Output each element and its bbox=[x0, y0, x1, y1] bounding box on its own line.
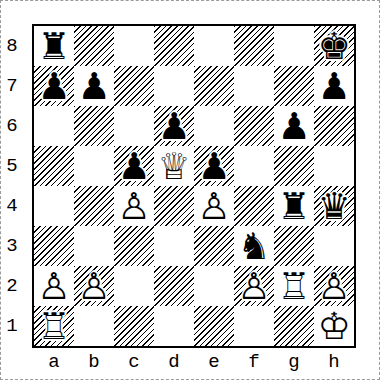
rank-label-5: 5 bbox=[0, 146, 24, 186]
square-b8[interactable] bbox=[74, 26, 114, 66]
square-e3[interactable] bbox=[194, 226, 234, 266]
square-f1[interactable] bbox=[234, 306, 274, 346]
square-f4[interactable] bbox=[234, 186, 274, 226]
square-h5[interactable] bbox=[314, 146, 354, 186]
square-d8[interactable] bbox=[154, 26, 194, 66]
black-pawn-g6[interactable]: ♟♟ bbox=[274, 106, 314, 146]
square-f3[interactable]: ♞♞ bbox=[234, 226, 274, 266]
black-rook-a8[interactable]: ♜♜ bbox=[34, 26, 74, 66]
white-rook-icon: ♖ bbox=[274, 266, 314, 306]
square-e6[interactable] bbox=[194, 106, 234, 146]
white-pawn-a2[interactable]: ♟♙ bbox=[34, 266, 74, 306]
square-d6[interactable]: ♟♟ bbox=[154, 106, 194, 146]
square-b2[interactable]: ♟♙ bbox=[74, 266, 114, 306]
file-labels: abcdefgh bbox=[34, 349, 354, 375]
square-f5[interactable] bbox=[234, 146, 274, 186]
rank-label-1: 1 bbox=[0, 306, 24, 346]
white-pawn-icon: ♙ bbox=[114, 186, 154, 226]
square-b5[interactable] bbox=[74, 146, 114, 186]
rank-label-2: 2 bbox=[0, 266, 24, 306]
white-pawn-f2[interactable]: ♟♙ bbox=[234, 266, 274, 306]
square-b7[interactable]: ♟♟ bbox=[74, 66, 114, 106]
square-c6[interactable] bbox=[114, 106, 154, 146]
square-f2[interactable]: ♟♙ bbox=[234, 266, 274, 306]
square-c2[interactable] bbox=[114, 266, 154, 306]
square-f6[interactable] bbox=[234, 106, 274, 146]
white-pawn-icon: ♙ bbox=[34, 266, 74, 306]
square-b3[interactable] bbox=[74, 226, 114, 266]
white-queen-icon: ♕ bbox=[154, 146, 194, 186]
square-a1[interactable]: ♜♖ bbox=[34, 306, 74, 346]
square-g1[interactable] bbox=[274, 306, 314, 346]
black-rook-icon: ♜ bbox=[274, 186, 314, 226]
rank-label-4: 4 bbox=[0, 186, 24, 226]
white-rook-icon: ♖ bbox=[34, 306, 74, 346]
square-a4[interactable] bbox=[34, 186, 74, 226]
black-pawn-h7[interactable]: ♟♟ bbox=[314, 66, 354, 106]
square-g2[interactable]: ♜♖ bbox=[274, 266, 314, 306]
black-pawn-icon: ♟ bbox=[194, 146, 234, 186]
file-label-d: d bbox=[154, 349, 194, 375]
square-c5[interactable]: ♟♟ bbox=[114, 146, 154, 186]
rank-label-3: 3 bbox=[0, 226, 24, 266]
square-a3[interactable] bbox=[34, 226, 74, 266]
square-d4[interactable] bbox=[154, 186, 194, 226]
rank-labels: 87654321 bbox=[0, 26, 24, 346]
black-pawn-icon: ♟ bbox=[314, 66, 354, 106]
black-queen-h4[interactable]: ♛♛ bbox=[314, 186, 354, 226]
file-label-f: f bbox=[234, 349, 274, 375]
square-e4[interactable]: ♟♙ bbox=[194, 186, 234, 226]
black-pawn-icon: ♟ bbox=[74, 66, 114, 106]
black-pawn-b7[interactable]: ♟♟ bbox=[74, 66, 114, 106]
white-pawn-h2[interactable]: ♟♙ bbox=[314, 266, 354, 306]
black-pawn-d6[interactable]: ♟♟ bbox=[154, 106, 194, 146]
square-a8[interactable]: ♜♜ bbox=[34, 26, 74, 66]
black-king-icon: ♚ bbox=[314, 26, 354, 66]
square-h4[interactable]: ♛♛ bbox=[314, 186, 354, 226]
black-pawn-icon: ♟ bbox=[274, 106, 314, 146]
black-pawn-icon: ♟ bbox=[154, 106, 194, 146]
square-e7[interactable] bbox=[194, 66, 234, 106]
file-label-e: e bbox=[194, 349, 234, 375]
square-g5[interactable] bbox=[274, 146, 314, 186]
square-g4[interactable]: ♜♜ bbox=[274, 186, 314, 226]
square-f8[interactable] bbox=[234, 26, 274, 66]
square-c4[interactable]: ♟♙ bbox=[114, 186, 154, 226]
file-label-h: h bbox=[314, 349, 354, 375]
white-pawn-b2[interactable]: ♟♙ bbox=[74, 266, 114, 306]
square-a6[interactable] bbox=[34, 106, 74, 146]
black-rook-g4[interactable]: ♜♜ bbox=[274, 186, 314, 226]
square-f7[interactable] bbox=[234, 66, 274, 106]
rank-label-8: 8 bbox=[0, 26, 24, 66]
square-b6[interactable] bbox=[74, 106, 114, 146]
square-e2[interactable] bbox=[194, 266, 234, 306]
black-queen-icon: ♛ bbox=[314, 186, 354, 226]
square-g3[interactable] bbox=[274, 226, 314, 266]
chess-board: ♜♜♚♚♟♟♟♟♟♟♟♟♟♟♟♟♛♕♟♟♟♙♟♙♜♜♛♛♞♞♟♙♟♙♟♙♜♖♟♙… bbox=[32, 24, 356, 348]
square-e1[interactable] bbox=[194, 306, 234, 346]
white-king-h1[interactable]: ♚♔ bbox=[314, 306, 354, 346]
square-e5[interactable]: ♟♟ bbox=[194, 146, 234, 186]
square-d1[interactable] bbox=[154, 306, 194, 346]
white-rook-a1[interactable]: ♜♖ bbox=[34, 306, 74, 346]
white-pawn-icon: ♙ bbox=[74, 266, 114, 306]
white-pawn-icon: ♙ bbox=[194, 186, 234, 226]
square-h8[interactable]: ♚♚ bbox=[314, 26, 354, 66]
black-pawn-icon: ♟ bbox=[114, 146, 154, 186]
square-a5[interactable] bbox=[34, 146, 74, 186]
square-d2[interactable] bbox=[154, 266, 194, 306]
square-b1[interactable] bbox=[74, 306, 114, 346]
square-c8[interactable] bbox=[114, 26, 154, 66]
square-g6[interactable]: ♟♟ bbox=[274, 106, 314, 146]
square-h2[interactable]: ♟♙ bbox=[314, 266, 354, 306]
rank-label-6: 6 bbox=[0, 106, 24, 146]
black-pawn-e5[interactable]: ♟♟ bbox=[194, 146, 234, 186]
black-pawn-icon: ♟ bbox=[34, 66, 74, 106]
square-a2[interactable]: ♟♙ bbox=[34, 266, 74, 306]
square-h1[interactable]: ♚♔ bbox=[314, 306, 354, 346]
black-knight-icon: ♞ bbox=[234, 226, 274, 266]
square-c3[interactable] bbox=[114, 226, 154, 266]
black-pawn-c5[interactable]: ♟♟ bbox=[114, 146, 154, 186]
file-label-b: b bbox=[74, 349, 114, 375]
file-label-a: a bbox=[34, 349, 74, 375]
white-rook-g2[interactable]: ♜♖ bbox=[274, 266, 314, 306]
square-g7[interactable] bbox=[274, 66, 314, 106]
white-pawn-c4[interactable]: ♟♙ bbox=[114, 186, 154, 226]
white-pawn-icon: ♙ bbox=[234, 266, 274, 306]
square-d3[interactable] bbox=[154, 226, 194, 266]
square-a7[interactable]: ♟♟ bbox=[34, 66, 74, 106]
black-pawn-a7[interactable]: ♟♟ bbox=[34, 66, 74, 106]
square-d7[interactable] bbox=[154, 66, 194, 106]
square-d5[interactable]: ♛♕ bbox=[154, 146, 194, 186]
square-b4[interactable] bbox=[74, 186, 114, 226]
square-e8[interactable] bbox=[194, 26, 234, 66]
square-h6[interactable] bbox=[314, 106, 354, 146]
black-rook-icon: ♜ bbox=[34, 26, 74, 66]
white-pawn-e4[interactable]: ♟♙ bbox=[194, 186, 234, 226]
rank-label-7: 7 bbox=[0, 66, 24, 106]
square-g8[interactable] bbox=[274, 26, 314, 66]
white-queen-d5[interactable]: ♛♕ bbox=[154, 146, 194, 186]
square-h3[interactable] bbox=[314, 226, 354, 266]
square-h7[interactable]: ♟♟ bbox=[314, 66, 354, 106]
file-label-g: g bbox=[274, 349, 314, 375]
black-king-h8[interactable]: ♚♚ bbox=[314, 26, 354, 66]
white-king-icon: ♔ bbox=[314, 306, 354, 346]
square-c1[interactable] bbox=[114, 306, 154, 346]
white-pawn-icon: ♙ bbox=[314, 266, 354, 306]
black-knight-f3[interactable]: ♞♞ bbox=[234, 226, 274, 266]
file-label-c: c bbox=[114, 349, 154, 375]
square-c7[interactable] bbox=[114, 66, 154, 106]
